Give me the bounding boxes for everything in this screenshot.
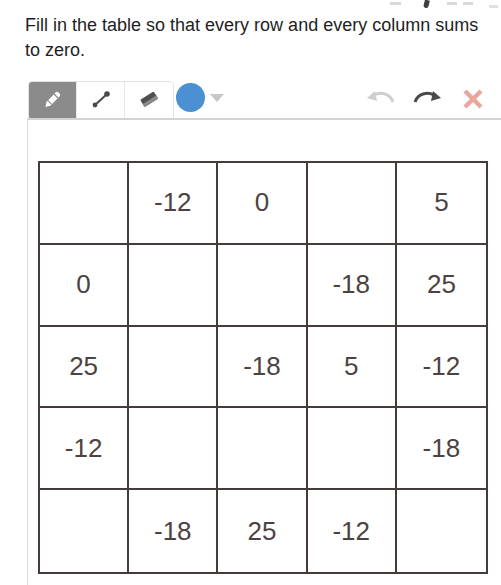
undo-icon — [366, 86, 396, 111]
grid-cell[interactable]: 0 — [40, 245, 129, 327]
grid-cell[interactable]: -12 — [397, 327, 486, 409]
grid-cell[interactable] — [308, 408, 397, 490]
grid-cell[interactable] — [40, 490, 129, 572]
drawing-canvas[interactable]: -12050-182525-185-12-12-18-1825-12 — [27, 118, 501, 585]
grid-cell[interactable]: -12 — [40, 408, 129, 490]
eraser-icon — [138, 90, 160, 111]
grid-cell[interactable]: 25 — [397, 245, 486, 327]
puzzle-instructions: Fill in the table so that every row and … — [25, 13, 478, 63]
grid-cell[interactable] — [218, 245, 307, 327]
grid-cell[interactable] — [308, 163, 397, 245]
line-tool-icon — [91, 89, 111, 112]
grid-cell[interactable]: -18 — [129, 490, 218, 572]
line-tool-button[interactable] — [77, 82, 125, 119]
grid-cell[interactable]: -18 — [397, 408, 486, 490]
grid-cell[interactable] — [129, 408, 218, 490]
drawing-tool-group — [28, 81, 174, 120]
color-swatch-circle — [176, 83, 205, 112]
exercise-page: Fill in the table so that every row and … — [0, 0, 501, 585]
instructions-line-1: Fill in the table so that every row and … — [25, 13, 478, 38]
grid-cell[interactable] — [40, 163, 129, 245]
puzzle-grid: -12050-182525-185-12-12-18-1825-12 — [38, 161, 488, 574]
eraser-tool-button[interactable] — [125, 82, 173, 119]
instructions-line-2: to zero. — [25, 38, 478, 63]
grid-cell[interactable]: 25 — [218, 490, 307, 572]
redo-icon — [411, 86, 443, 111]
close-button[interactable] — [459, 86, 487, 114]
grid-cell[interactable]: 0 — [218, 163, 307, 245]
grid-cell[interactable]: 5 — [397, 163, 486, 245]
chevron-down-icon — [210, 94, 224, 102]
grid-cell[interactable]: 25 — [40, 327, 129, 409]
grid-cell[interactable]: 5 — [308, 327, 397, 409]
pencil-tool-button[interactable] — [29, 82, 77, 119]
pencil-icon — [43, 90, 62, 112]
grid-cell[interactable]: -18 — [308, 245, 397, 327]
color-swatch-button[interactable] — [176, 83, 224, 112]
grid-cell[interactable]: -18 — [218, 327, 307, 409]
grid-cell[interactable]: -12 — [129, 163, 218, 245]
undo-button[interactable] — [366, 86, 396, 110]
grid-cell[interactable]: -12 — [308, 490, 397, 572]
grid-cell[interactable] — [218, 408, 307, 490]
close-icon — [460, 86, 486, 115]
redo-button[interactable] — [411, 86, 443, 110]
grid-cell[interactable] — [129, 245, 218, 327]
grid-cell[interactable] — [129, 327, 218, 409]
grid-cell[interactable] — [397, 490, 486, 572]
